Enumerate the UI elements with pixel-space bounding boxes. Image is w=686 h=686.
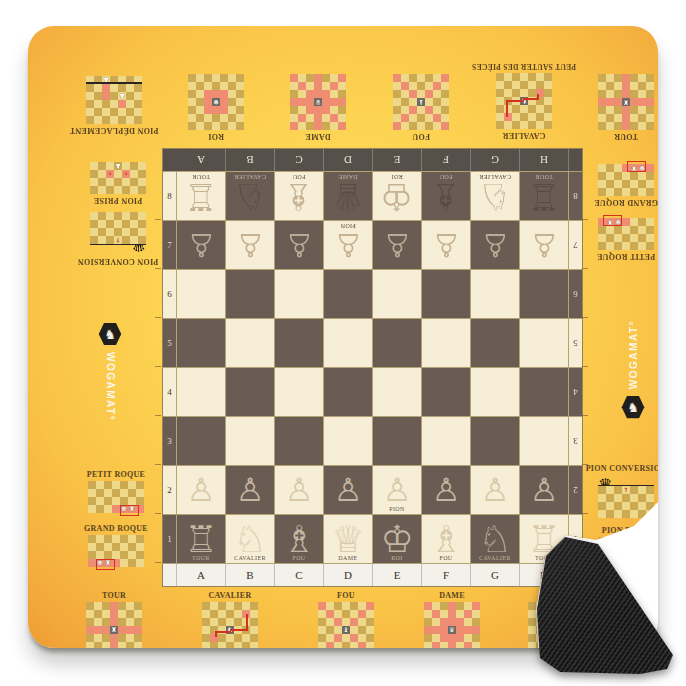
mini-cell [606, 486, 614, 494]
mini-cell [496, 121, 504, 129]
file-label-g: G [471, 149, 519, 171]
mini-cell [226, 642, 234, 650]
rank-label-left-5: 5 [163, 319, 176, 367]
mini-cell [560, 650, 568, 658]
mini-cell [242, 634, 250, 642]
mini-cell [536, 121, 544, 129]
mini-cell [630, 234, 638, 242]
mini-cell [298, 114, 306, 122]
mini-cell [326, 610, 334, 618]
square-d1: DAME♕ [324, 515, 372, 563]
brand-logo-right: WOGAMAT° ♞ [616, 320, 650, 419]
mini-cell [322, 82, 330, 90]
mini-cell [98, 228, 106, 236]
mini-cell [614, 234, 622, 242]
mini-cell [134, 610, 142, 618]
square-e5 [373, 319, 421, 367]
mini-cell [638, 106, 646, 114]
mini-cell [536, 105, 544, 113]
mini-cell [646, 98, 654, 106]
mini-cell [228, 122, 236, 130]
mini-cell [86, 642, 94, 650]
mini-cell [106, 236, 114, 244]
mini-cell [622, 82, 630, 90]
mini-cell [226, 618, 234, 626]
mini-diagram-bishop-top: FOU♝ [390, 74, 452, 141]
mini-cell [472, 626, 480, 634]
mini-cell [188, 122, 196, 130]
mini-cell [638, 242, 646, 250]
mini-cell [432, 602, 440, 610]
mini-cell [606, 90, 614, 98]
mini-grid: ♝ [318, 602, 374, 658]
mini-cell [614, 226, 622, 234]
mini-cell [218, 642, 226, 650]
mini-cell [250, 602, 258, 610]
mini-cell [96, 489, 104, 497]
mini-cell [504, 81, 512, 89]
mini-cell [528, 634, 536, 642]
mini-cell [118, 650, 126, 658]
mini-cell [425, 74, 433, 82]
mini-grid: ♚ [188, 74, 244, 130]
mini-cell [134, 602, 142, 610]
mini-cell [358, 650, 366, 658]
mini-cell [110, 634, 118, 642]
mini-cell [330, 74, 338, 82]
mini-cell [242, 602, 250, 610]
square-f2: ♙ [422, 466, 470, 514]
mini-cell [86, 634, 94, 642]
mini-cell [441, 98, 449, 106]
mini-cell [218, 650, 226, 658]
mini-cell [456, 642, 464, 650]
mini-cell [366, 642, 374, 650]
mini-cell [126, 84, 134, 92]
mini-cell [94, 602, 102, 610]
mini-cell [401, 98, 409, 106]
mini-cell [614, 242, 622, 250]
mini-cell [338, 122, 346, 130]
mini-cell [528, 105, 536, 113]
mini-cell [512, 89, 520, 97]
mini-cell [622, 510, 630, 518]
mini-cell [630, 122, 638, 130]
mini-cell [88, 535, 96, 543]
file-label-f: F [422, 564, 470, 586]
mini-cell [614, 82, 622, 90]
mini-cell: ↑ [622, 486, 630, 494]
mini-cell [576, 650, 584, 658]
mini-cell [606, 114, 614, 122]
mini-cell [138, 178, 146, 186]
mini-cell [630, 90, 638, 98]
square-c1: FOU♗ [275, 515, 323, 563]
mini-cell [242, 642, 250, 650]
mini-cell [110, 108, 118, 116]
mini-cell [630, 106, 638, 114]
mini-cell [110, 602, 118, 610]
mini-cell [122, 178, 130, 186]
mini-cell [598, 82, 606, 90]
mini-cell [218, 602, 226, 610]
mini-cell [464, 642, 472, 650]
mini-cell: ↑ [114, 236, 122, 244]
mini-cell [86, 116, 94, 124]
mini-cell [228, 82, 236, 90]
mini-grid: ♚♜ [88, 535, 144, 567]
mini-cell [598, 510, 606, 518]
mini-cell [393, 90, 401, 98]
mini-cell [138, 162, 146, 170]
mini-cell [118, 100, 126, 108]
mini-cell [614, 172, 622, 180]
mini-cell [504, 113, 512, 121]
mini-cell [606, 510, 614, 518]
mini-cell [448, 618, 456, 626]
mini-diagram-queen-top: DAME♛ [287, 74, 349, 141]
mini-cell [598, 98, 606, 106]
mini-cell [202, 618, 210, 626]
mini-cell [630, 486, 638, 494]
mini-cell [598, 234, 606, 242]
mini-cell [424, 610, 432, 618]
mini-cell [456, 610, 464, 618]
mini-diagram-king-top: ROI♚ [185, 74, 247, 141]
mini-cell [528, 81, 536, 89]
mini-cell [120, 551, 128, 559]
mini-diagram-knight-bottom: CAVALIER♞PEUT SAUTER DES PIÈCES [199, 591, 261, 669]
mini-cell [366, 634, 374, 642]
knight-glyph: ♞ [104, 328, 116, 341]
mini-cell [334, 626, 342, 634]
mini-cell [94, 650, 102, 658]
mini-cell [472, 610, 480, 618]
mini-cell [204, 114, 212, 122]
mini-cell [614, 164, 622, 172]
mini-cell [234, 642, 242, 650]
mini-cell: ♝ [417, 98, 425, 106]
mini-cell [218, 618, 226, 626]
piece-label: CAVALIER [471, 555, 519, 561]
mini-grid: ↑ [90, 212, 146, 245]
mini-cell [228, 106, 236, 114]
mini-cell [496, 73, 504, 81]
mini-cell [110, 84, 118, 92]
mini-cell [90, 170, 98, 178]
mini-cell [122, 236, 130, 244]
mini-cell [236, 90, 244, 98]
square-g5 [471, 319, 519, 367]
square-c8: FOU♗ [275, 172, 323, 220]
mini-cell [322, 74, 330, 82]
mini-cell [226, 610, 234, 618]
mini-cell [212, 90, 220, 98]
mini-cell [464, 626, 472, 634]
mini-cell [536, 650, 544, 658]
mini-cell [134, 650, 142, 658]
mini-cell [544, 73, 552, 81]
mini-cell [94, 626, 102, 634]
mini-cell [202, 602, 210, 610]
mini-cell [614, 106, 622, 114]
file-label-a: A [177, 149, 225, 171]
mini-cell [425, 122, 433, 130]
mini-cell [126, 92, 134, 100]
mini-cell [646, 164, 654, 172]
mini-cell [440, 642, 448, 650]
mini-cell [614, 188, 622, 196]
mini-cell [106, 228, 114, 236]
mini-cell [464, 634, 472, 642]
mini-cell [90, 178, 98, 186]
mini-cell [393, 122, 401, 130]
mini-cell [330, 114, 338, 122]
mini-cell [448, 642, 456, 650]
mini-diagram-castle-long-right: GRAND ROQUE♚♜ [595, 164, 657, 207]
mini-cell [326, 634, 334, 642]
mini-cell [536, 81, 544, 89]
mini-cell [218, 626, 226, 634]
mini-cell [94, 92, 102, 100]
mini-cell [106, 178, 114, 186]
mini-cell [606, 242, 614, 250]
mini-cell [606, 226, 614, 234]
mini-cell [638, 180, 646, 188]
mini-cell [646, 74, 654, 82]
mini-cell [409, 82, 417, 90]
square-a3 [177, 417, 225, 465]
rank-label-left-6: 6 [163, 270, 176, 318]
mini-cell [472, 618, 480, 626]
mini-cell [440, 650, 448, 658]
mini-cell [126, 650, 134, 658]
rank-tick-marks-left [155, 171, 161, 563]
mini-cell [496, 113, 504, 121]
mini-cell [330, 106, 338, 114]
mini-cell [606, 172, 614, 180]
mini-cell [338, 82, 346, 90]
mini-cell [88, 489, 96, 497]
mini-cell [318, 610, 326, 618]
square-h2: ♙ [520, 466, 568, 514]
mini-cell [606, 502, 614, 510]
mini-diagram-castle-short-right: PETIT ROQUE♚♜ [595, 218, 657, 261]
mini-grid: ♞ [496, 73, 552, 129]
mini-cell [350, 642, 358, 650]
mini-cell [234, 610, 242, 618]
mini-cell [110, 100, 118, 108]
knight-move-arrow [215, 631, 231, 633]
mini-cell [338, 90, 346, 98]
mini-cell [94, 642, 102, 650]
mini-diagram-rook-top: TOUR♜ [595, 74, 657, 141]
knight-move-arrow [507, 101, 509, 117]
mini-cell [212, 82, 220, 90]
mini-cell [440, 602, 448, 610]
mini-cell [638, 486, 646, 494]
mini-cell [136, 481, 144, 489]
piece-label: ROI [373, 555, 421, 561]
mini-cell [220, 90, 228, 98]
mini-cell [326, 626, 334, 634]
mini-diagram-castle-short-left: PETIT ROQUE♚♜ [85, 470, 147, 513]
square-h5 [520, 319, 568, 367]
mini-cell [298, 122, 306, 130]
mini-cell [448, 610, 456, 618]
square-d3 [324, 417, 372, 465]
mini-cell [358, 618, 366, 626]
mini-cell [212, 106, 220, 114]
mini-cell [496, 105, 504, 113]
mini-cell [424, 618, 432, 626]
mini-cell [290, 122, 298, 130]
mini-cell [110, 116, 118, 124]
mini-grid: ♚♜ [598, 164, 654, 196]
square-b8: CAVALIER♘ [226, 172, 274, 220]
mini-cell [646, 114, 654, 122]
mini-cell [126, 108, 134, 116]
mini-cell [358, 602, 366, 610]
mini-cell [88, 543, 96, 551]
mini-cell [118, 642, 126, 650]
square-e4 [373, 368, 421, 416]
mini-cell [393, 106, 401, 114]
mini-cell [120, 559, 128, 567]
mini-cell [196, 122, 204, 130]
mini-cell [520, 81, 528, 89]
mini-grid: ♛ [424, 602, 480, 658]
mini-cell [504, 121, 512, 129]
mini-cell [134, 108, 142, 116]
mini-cell [318, 634, 326, 642]
mini-cell [441, 74, 449, 82]
mini-cell [441, 82, 449, 90]
mini-cell [544, 121, 552, 129]
mini-cell [622, 242, 630, 250]
mini-cell [598, 226, 606, 234]
mini-cell [314, 114, 322, 122]
mini-cell [520, 73, 528, 81]
mini-cell [528, 73, 536, 81]
square-c7: ♙ [275, 221, 323, 269]
file-label-g: G [471, 564, 519, 586]
mini-cell [250, 634, 258, 642]
mini-cell [112, 481, 120, 489]
mini-cell [330, 98, 338, 106]
mini-cell [114, 178, 122, 186]
mini-cell [330, 122, 338, 130]
square-g8: CAVALIER♘ [471, 172, 519, 220]
mini-cell [220, 106, 228, 114]
mini-cell [134, 618, 142, 626]
mini-cell [104, 505, 112, 513]
square-b7: ♙ [226, 221, 274, 269]
brand-logo-left: ♞ WOGAMAT° [93, 322, 127, 421]
mini-cell [646, 242, 654, 250]
mini-cell [220, 122, 228, 130]
mini-cell [86, 618, 94, 626]
mini-cell [440, 626, 448, 634]
mini-cell [196, 114, 204, 122]
brand-name: WOGAMAT° [105, 352, 116, 421]
mini-cell [544, 81, 552, 89]
mini-cell [114, 228, 122, 236]
mini-cell [433, 122, 441, 130]
square-b2: ♙ [226, 466, 274, 514]
mini-cell [236, 106, 244, 114]
mini-cell [188, 98, 196, 106]
rank-label-left-8: 8 [163, 172, 176, 220]
mini-cell [196, 106, 204, 114]
mini-cell [448, 602, 456, 610]
mini-cell [102, 84, 110, 92]
mini-cell [86, 650, 94, 658]
mini-cell [638, 188, 646, 196]
mini-cell [512, 121, 520, 129]
mini-cell [528, 642, 536, 650]
mini-cell [472, 634, 480, 642]
mini-cell [614, 486, 622, 494]
mini-cell [218, 634, 226, 642]
square-a5 [177, 319, 225, 367]
chess-training-mat-photo: ABCDEFGH8TOUR♖CAVALIER♘FOU♗DAME♕ROI♔FOU♗… [0, 0, 686, 686]
mini-cell [120, 481, 128, 489]
mini-cell [409, 114, 417, 122]
mini-cell [646, 188, 654, 196]
mini-cell [112, 543, 120, 551]
mini-cell [120, 489, 128, 497]
rank-label-left-2: 2 [163, 466, 176, 514]
mini-cell [334, 618, 342, 626]
mini-cell [409, 74, 417, 82]
mini-cell [236, 114, 244, 122]
mini-cell [318, 602, 326, 610]
mini-cell [136, 543, 144, 551]
mini-cell [228, 98, 236, 106]
mini-cell [544, 105, 552, 113]
square-f8: FOU♗ [422, 172, 470, 220]
mini-cell [290, 74, 298, 82]
brand-name: WOGAMAT° [628, 320, 639, 389]
file-label-b: B [226, 564, 274, 586]
mini-cell [338, 106, 346, 114]
mini-cell [622, 180, 630, 188]
square-c2: ♙ [275, 466, 323, 514]
mini-cell [630, 218, 638, 226]
mini-cell [220, 74, 228, 82]
mini-cell [630, 172, 638, 180]
mini-cell [122, 228, 130, 236]
mini-cell [102, 650, 110, 658]
mini-cell [520, 121, 528, 129]
mini-cell [120, 535, 128, 543]
mini-cell [433, 82, 441, 90]
mini-cell [94, 116, 102, 124]
mini-cell [358, 626, 366, 634]
mini-cell [638, 502, 646, 510]
square-h3 [520, 417, 568, 465]
mini-cell [322, 122, 330, 130]
mini-cell [417, 114, 425, 122]
mini-cell [606, 98, 614, 106]
mini-cell [393, 82, 401, 90]
square-h4 [520, 368, 568, 416]
mini-cell [210, 626, 218, 634]
mini-cell [90, 220, 98, 228]
mini-cell [646, 106, 654, 114]
mini-cell [622, 74, 630, 82]
